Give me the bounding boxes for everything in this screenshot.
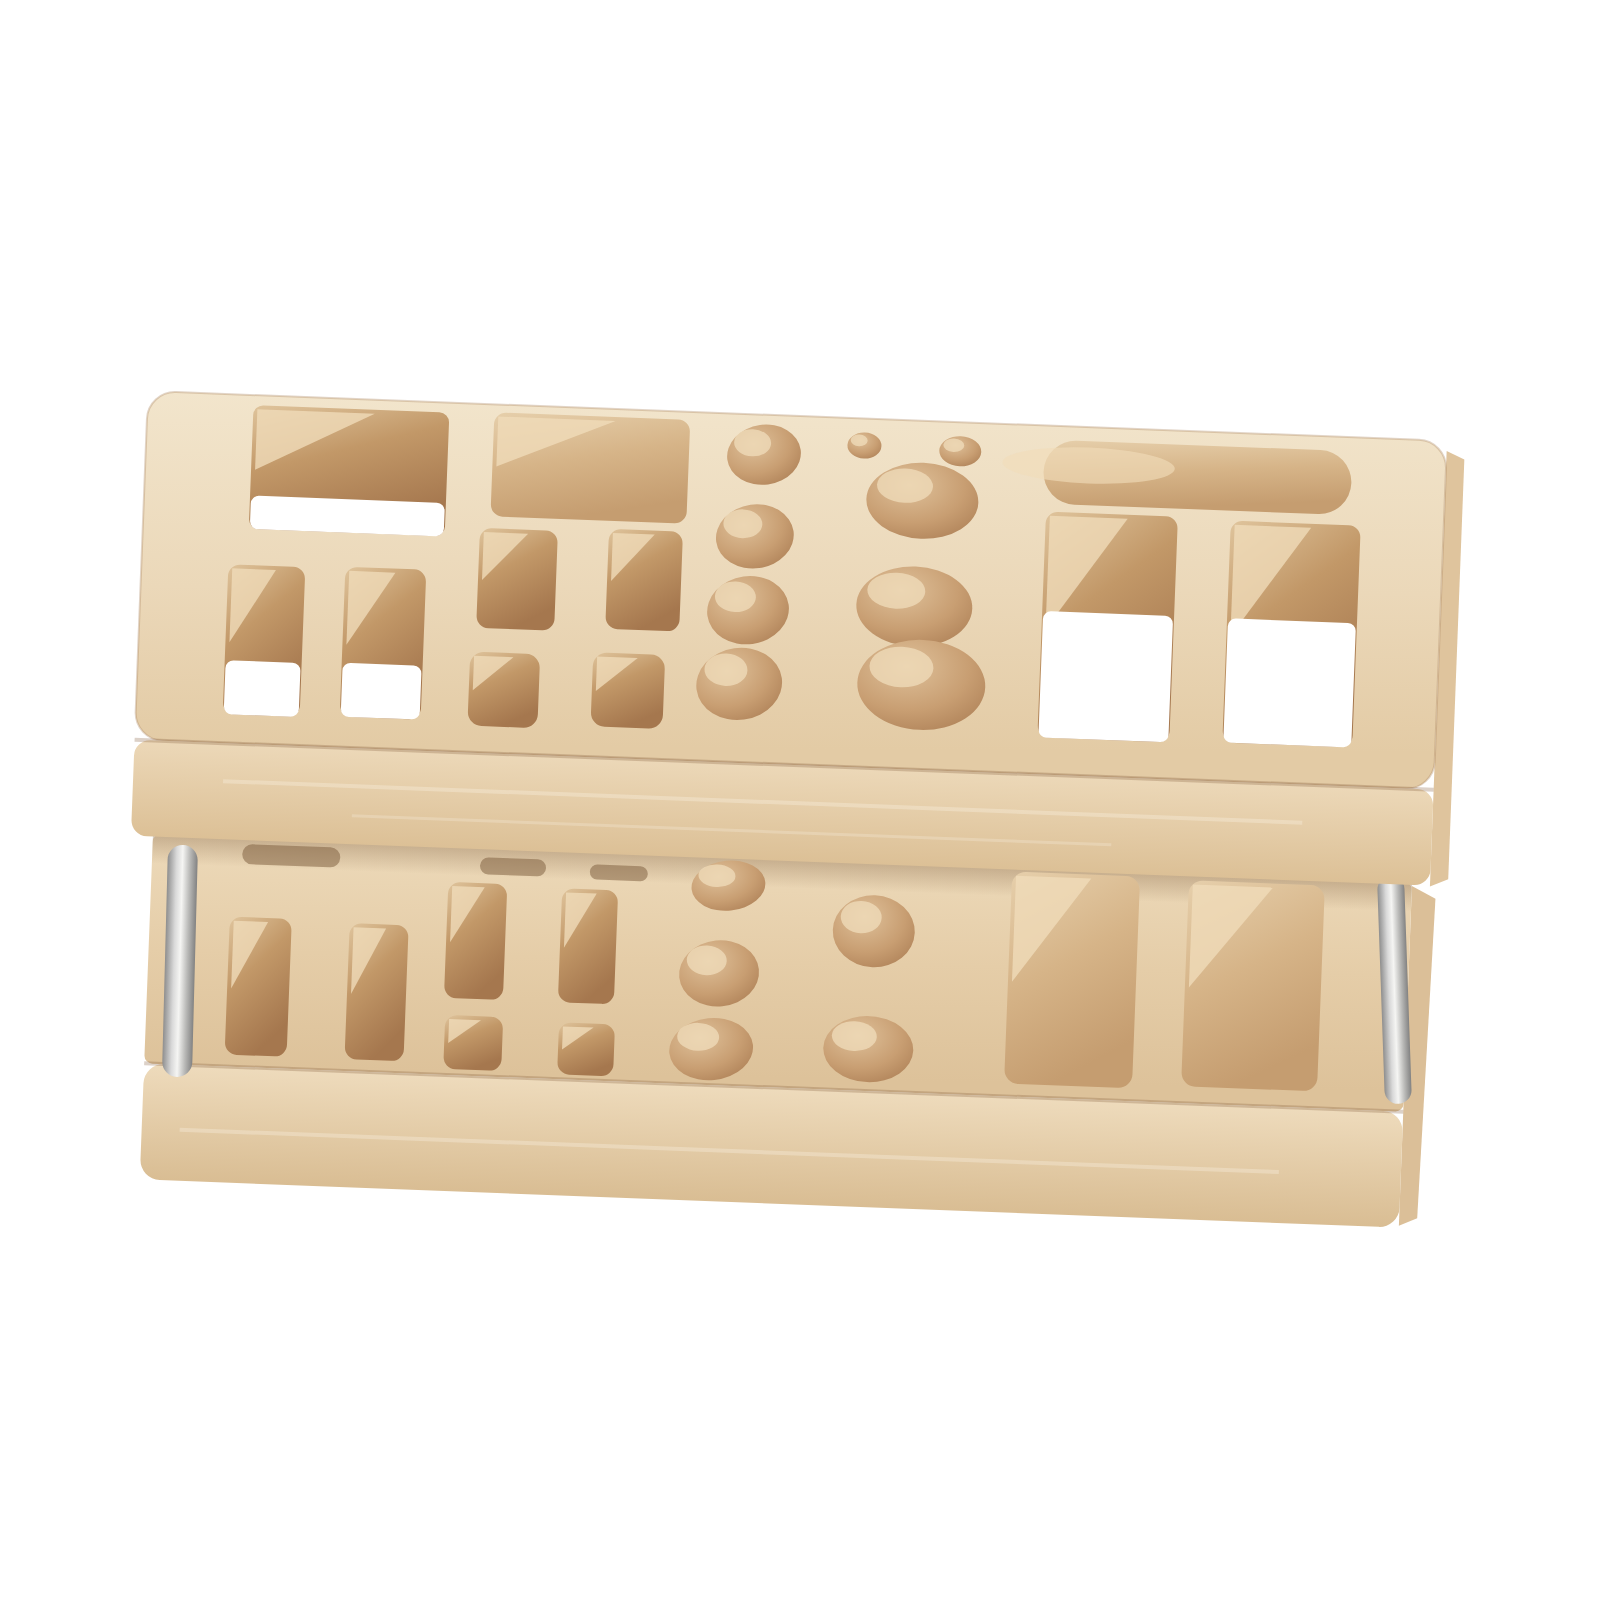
recess-base-square-1 [443,1015,503,1071]
tool-hole-square-small-2 [590,652,665,729]
organizer-stand-illustration [0,0,1600,1600]
tool-hole-rect-tall-right-1 [1037,512,1178,743]
recess-slit-1 [242,844,341,868]
tool-hole-rect-large [490,412,690,523]
tool-hole-slot-left-2 [340,567,427,720]
recess-base-rect-tall-1 [1004,872,1140,1089]
recess-base-rect-3 [444,882,507,1000]
recess-base-rect-1 [225,917,292,1057]
through-hole-gap [1038,611,1173,742]
through-hole-gap [341,663,422,720]
tool-hole-square-small-1 [467,652,540,729]
recess-slit-3 [590,864,649,881]
through-hole-gap [224,660,301,717]
recess-base-square-2 [557,1022,615,1076]
recess-base-rect-2 [345,923,409,1061]
recess-base-rect-4 [558,888,618,1004]
through-hole-gap [1223,618,1356,747]
recess-slit-2 [480,857,547,877]
product-photo [0,0,1600,1600]
recess-base-rect-tall-2 [1181,880,1325,1091]
tool-hole-rect-medium-1 [476,528,558,631]
tool-hole-square-large [249,405,450,536]
tool-hole-slot-left-1 [223,564,306,717]
hidden-recess-slit [590,864,649,881]
hidden-recess-slit [480,857,547,877]
rod-front-left [162,845,198,1078]
base-tier [140,834,1436,1229]
tool-hole-rect-tall-right-2 [1222,521,1360,748]
hidden-recess-slit [242,844,341,868]
top-plate [131,391,1465,887]
tool-hole-rect-medium-2 [605,529,683,632]
